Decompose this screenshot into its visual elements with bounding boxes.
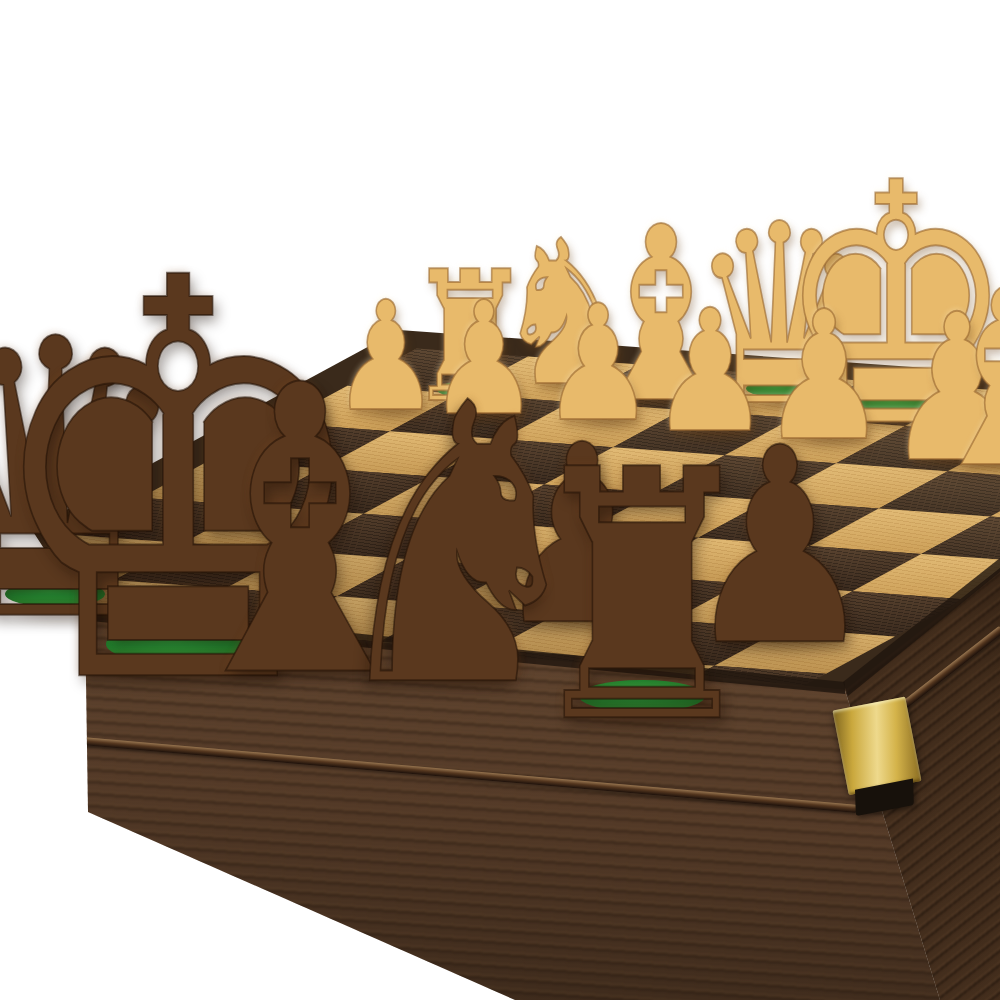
pieces-layer: ♛♚♝♞♟♜♟♟♜♟♞♟♝♟♛♟♚♟♝	[0, 0, 1000, 1000]
rook-glyph: ♜	[518, 425, 765, 770]
bishop-glyph: ♝	[920, 258, 1000, 502]
chess-set-product-photo: Wooden Staunton chess pieces arranged fa…	[0, 0, 1000, 1000]
